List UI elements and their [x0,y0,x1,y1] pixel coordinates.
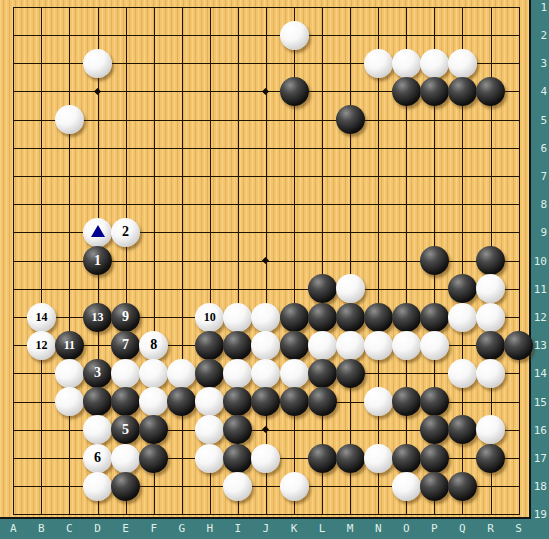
row-label-11: 11 [529,283,547,294]
stone-black-M5 [336,105,365,134]
stone-white-D9 [83,218,112,247]
stone-white-E14 [111,359,140,388]
stone-white-R16 [476,415,505,444]
stone-white-N15 [364,387,393,416]
stone-black-K15 [280,387,309,416]
stone-white-H16 [195,415,224,444]
row-label-2: 2 [529,30,547,41]
stone-black-K13 [280,331,309,360]
stone-white-O18 [392,472,421,501]
stone-black-E16: 5 [111,415,140,444]
stone-white-F15 [139,387,168,416]
stone-black-E12: 9 [111,303,140,332]
stone-black-D15 [83,387,112,416]
stone-white-N13 [364,331,393,360]
stone-black-M12 [336,303,365,332]
stone-black-K12 [280,303,309,332]
stone-black-O15 [392,387,421,416]
stone-black-Q11 [448,274,477,303]
stone-white-H15 [195,387,224,416]
move-number: 11 [64,339,75,351]
col-label-Q: Q [459,523,466,534]
move-number: 8 [150,338,157,352]
grid-line-horizontal [13,514,519,515]
stone-black-Q18 [448,472,477,501]
stone-white-K2 [280,21,309,50]
row-label-14: 14 [529,368,547,379]
stone-white-R14 [476,359,505,388]
stone-black-L11 [308,274,337,303]
stone-white-D16 [83,415,112,444]
move-number: 3 [94,366,101,380]
stone-white-N3 [364,49,393,78]
go-board[interactable]: 211413910121178356 [0,0,531,519]
row-label-5: 5 [529,114,547,125]
col-label-J: J [263,523,270,534]
move-number: 10 [204,311,216,323]
col-label-P: P [431,523,438,534]
stone-white-J13 [251,331,280,360]
stone-black-M17 [336,444,365,473]
col-label-E: E [122,523,129,534]
grid-line-vertical [322,7,323,516]
stone-white-C5 [55,105,84,134]
stone-black-P4 [420,77,449,106]
stone-black-D14: 3 [83,359,112,388]
move-number: 12 [35,339,47,351]
stone-white-H12: 10 [195,303,224,332]
stone-black-C13: 11 [55,331,84,360]
grid-line-vertical [350,7,351,516]
stone-black-I16 [223,415,252,444]
star-point [94,88,101,95]
move-number: 5 [122,423,129,437]
grid-line-vertical [378,7,379,516]
stone-white-R11 [476,274,505,303]
row-label-15: 15 [529,396,547,407]
move-number: 13 [92,311,104,323]
stone-white-E9: 2 [111,218,140,247]
stone-white-N17 [364,444,393,473]
stone-black-E18 [111,472,140,501]
col-label-F: F [150,523,157,534]
row-label-19: 19 [529,509,547,520]
row-label-18: 18 [529,481,547,492]
stone-black-P10 [420,246,449,275]
stone-white-Q14 [448,359,477,388]
stone-black-R4 [476,77,505,106]
stone-black-D10: 1 [83,246,112,275]
col-label-O: O [403,523,410,534]
col-label-B: B [38,523,45,534]
stone-white-K18 [280,472,309,501]
col-label-C: C [66,523,73,534]
stone-white-D3 [83,49,112,78]
stone-black-E15 [111,387,140,416]
stone-black-I15 [223,387,252,416]
stone-white-H17 [195,444,224,473]
stone-white-B13: 12 [27,331,56,360]
stone-black-P18 [420,472,449,501]
row-label-10: 10 [529,255,547,266]
stone-black-P15 [420,387,449,416]
stone-black-R10 [476,246,505,275]
col-label-S: S [515,523,522,534]
stone-white-Q3 [448,49,477,78]
stone-black-H13 [195,331,224,360]
stone-black-O17 [392,444,421,473]
row-label-9: 9 [529,227,547,238]
stone-white-G14 [167,359,196,388]
col-label-H: H [206,523,213,534]
row-label-17: 17 [529,453,547,464]
col-label-M: M [347,523,354,534]
star-point [262,88,269,95]
stone-black-L14 [308,359,337,388]
row-label-7: 7 [529,171,547,182]
stone-black-P12 [420,303,449,332]
stone-white-Q12 [448,303,477,332]
col-label-L: L [319,523,326,534]
stone-white-P13 [420,331,449,360]
stone-white-J12 [251,303,280,332]
grid-line-horizontal [13,289,519,290]
row-label-12: 12 [529,312,547,323]
stone-black-O4 [392,77,421,106]
row-label-13: 13 [529,340,547,351]
stone-white-C15 [55,387,84,416]
row-label-16: 16 [529,424,547,435]
col-label-R: R [487,523,494,534]
stone-black-J15 [251,387,280,416]
stone-black-E13: 7 [111,331,140,360]
stone-white-L13 [308,331,337,360]
stone-white-O13 [392,331,421,360]
stone-white-J17 [251,444,280,473]
star-point [262,257,269,264]
col-label-K: K [291,523,298,534]
row-label-6: 6 [529,142,547,153]
stone-white-R12 [476,303,505,332]
move-number: 14 [35,311,47,323]
col-label-I: I [235,523,242,534]
move-number: 7 [122,338,129,352]
stone-white-K14 [280,359,309,388]
col-label-G: G [178,523,185,534]
col-label-D: D [94,523,101,534]
stone-white-J14 [251,359,280,388]
stone-black-O12 [392,303,421,332]
stone-black-P16 [420,415,449,444]
stone-black-H14 [195,359,224,388]
move-number: 6 [94,451,101,465]
stone-black-D12: 13 [83,303,112,332]
stone-black-L15 [308,387,337,416]
stone-white-M13 [336,331,365,360]
row-label-4: 4 [529,86,547,97]
stone-black-M14 [336,359,365,388]
go-app-window: 211413910121178356 ABCDEFGHIJKLMNOPQRS12… [0,0,549,539]
stone-black-G15 [167,387,196,416]
stone-black-Q16 [448,415,477,444]
col-label-A: A [10,523,17,534]
stone-white-D17: 6 [83,444,112,473]
stone-white-F14 [139,359,168,388]
row-label-1: 1 [529,1,547,12]
stone-white-D18 [83,472,112,501]
stone-white-O3 [392,49,421,78]
stone-black-I13 [223,331,252,360]
stone-black-L12 [308,303,337,332]
stone-black-R17 [476,444,505,473]
stone-white-I14 [223,359,252,388]
stone-black-R13 [476,331,505,360]
stone-white-I12 [223,303,252,332]
triangle-mark-icon [91,225,105,237]
stone-white-P3 [420,49,449,78]
move-number: 9 [122,310,129,324]
stone-black-L17 [308,444,337,473]
grid-line-vertical [519,7,520,516]
stone-white-B12: 14 [27,303,56,332]
stone-white-E17 [111,444,140,473]
stone-white-F13: 8 [139,331,168,360]
stone-black-Q4 [448,77,477,106]
move-number: 1 [94,254,101,268]
stone-black-F16 [139,415,168,444]
row-label-3: 3 [529,58,547,69]
stone-black-F17 [139,444,168,473]
stone-black-I17 [223,444,252,473]
stone-black-K4 [280,77,309,106]
stone-black-N12 [364,303,393,332]
col-label-N: N [375,523,382,534]
move-number: 2 [122,225,129,239]
stone-white-M11 [336,274,365,303]
star-point [262,426,269,433]
row-label-8: 8 [529,199,547,210]
stone-white-I18 [223,472,252,501]
stone-white-C14 [55,359,84,388]
stone-black-P17 [420,444,449,473]
